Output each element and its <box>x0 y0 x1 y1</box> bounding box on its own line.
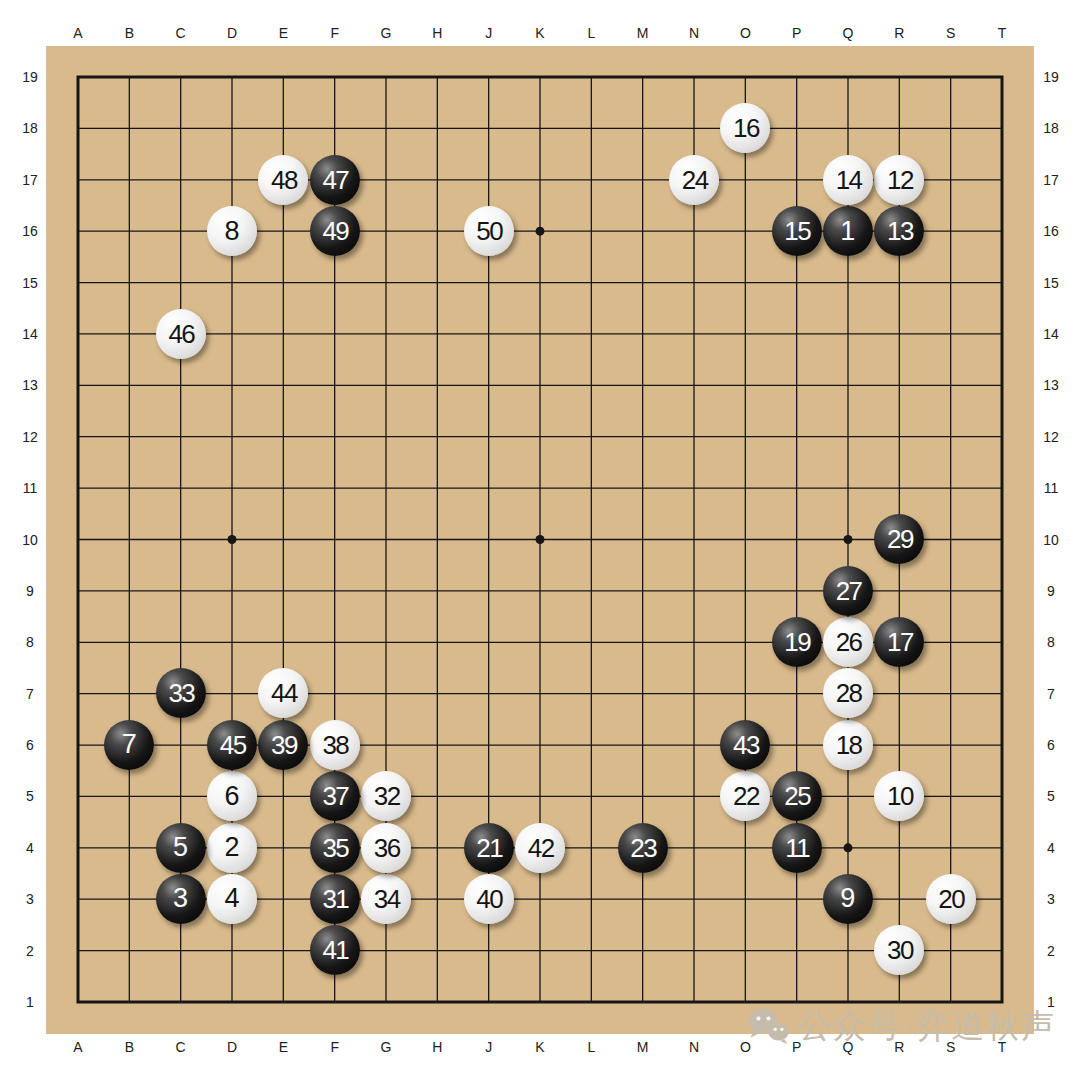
col-label-bottom-A: A <box>73 1040 82 1054</box>
stone-white-18-Q6: 18 <box>823 720 873 770</box>
move-number: 23 <box>630 835 656 861</box>
move-number: 16 <box>733 115 759 141</box>
row-label-right-11: 11 <box>1044 481 1059 495</box>
stone-black-39-E6: 39 <box>258 720 308 770</box>
row-label-left-4: 4 <box>26 841 34 855</box>
move-number: 13 <box>887 218 913 244</box>
move-number: 28 <box>836 680 862 706</box>
stone-white-20-S3: 20 <box>926 874 976 924</box>
move-number: 29 <box>887 526 913 552</box>
stone-black-3-C3: 3 <box>156 874 206 924</box>
col-label-top-J: J <box>485 26 492 40</box>
move-number: 11 <box>785 835 809 861</box>
row-label-right-17: 17 <box>1043 173 1059 187</box>
stone-white-40-J3: 40 <box>464 874 514 924</box>
move-number: 4 <box>224 885 239 912</box>
move-number: 37 <box>322 783 348 809</box>
stone-black-19-P8: 19 <box>772 617 822 667</box>
col-label-top-R: R <box>894 26 904 40</box>
stone-black-41-F2: 41 <box>310 925 360 975</box>
stone-white-26-Q8: 26 <box>823 617 873 667</box>
move-number: 2 <box>224 834 239 861</box>
row-label-right-19: 19 <box>1043 70 1059 84</box>
stone-white-34-G3: 34 <box>361 874 411 924</box>
stone-black-21-J4: 21 <box>464 823 514 873</box>
col-label-top-K: K <box>535 26 544 40</box>
row-label-left-13: 13 <box>22 378 38 392</box>
row-label-right-2: 2 <box>1047 944 1055 958</box>
row-label-left-9: 9 <box>26 584 34 598</box>
move-number: 17 <box>887 629 913 655</box>
col-label-top-A: A <box>73 26 82 40</box>
watermark: 公众号·弈道秋声 <box>746 1000 1056 1052</box>
row-label-left-12: 12 <box>22 430 38 444</box>
stone-black-43-O6: 43 <box>720 720 770 770</box>
col-label-bottom-K: K <box>535 1040 544 1054</box>
stone-black-13-R16: 13 <box>874 206 924 256</box>
row-label-left-6: 6 <box>26 738 34 752</box>
row-label-left-5: 5 <box>26 789 34 803</box>
stone-white-2-D4: 2 <box>207 823 257 873</box>
stone-black-27-Q9: 27 <box>823 566 873 616</box>
row-label-left-7: 7 <box>26 687 34 701</box>
stone-black-29-R10: 29 <box>874 514 924 564</box>
stone-black-47-F17: 47 <box>310 155 360 205</box>
move-number: 18 <box>836 732 862 758</box>
stone-black-1-Q16: 1 <box>823 206 873 256</box>
stone-white-10-R5: 10 <box>874 771 924 821</box>
col-label-top-H: H <box>432 26 442 40</box>
row-label-right-3: 3 <box>1047 892 1055 906</box>
col-label-bottom-J: J <box>485 1040 492 1054</box>
move-number: 46 <box>168 321 194 347</box>
col-label-bottom-E: E <box>279 1040 288 1054</box>
stone-white-16-O18: 16 <box>720 103 770 153</box>
row-label-right-12: 12 <box>1043 430 1059 444</box>
move-number: 36 <box>374 835 400 861</box>
stone-white-28-Q7: 28 <box>823 668 873 718</box>
move-number: 14 <box>836 167 862 193</box>
move-number: 27 <box>836 578 862 604</box>
row-label-left-19: 19 <box>22 70 38 84</box>
stone-white-32-G5: 32 <box>361 771 411 821</box>
col-label-bottom-N: N <box>689 1040 699 1054</box>
row-label-right-16: 16 <box>1043 224 1059 238</box>
move-number: 34 <box>374 886 400 912</box>
stone-white-38-F6: 38 <box>310 720 360 770</box>
move-number: 12 <box>887 167 913 193</box>
move-number: 33 <box>168 680 194 706</box>
row-label-left-18: 18 <box>22 121 38 135</box>
col-label-bottom-G: G <box>381 1040 392 1054</box>
col-label-top-L: L <box>587 26 595 40</box>
move-number: 47 <box>322 167 348 193</box>
move-number: 8 <box>224 218 239 245</box>
row-label-left-11: 11 <box>23 481 38 495</box>
move-number: 45 <box>220 732 246 758</box>
stone-white-48-E17: 48 <box>258 155 308 205</box>
move-number: 42 <box>528 835 554 861</box>
move-number: 48 <box>271 167 297 193</box>
row-label-left-8: 8 <box>26 635 34 649</box>
move-number: 22 <box>733 783 759 809</box>
row-label-right-13: 13 <box>1043 378 1059 392</box>
stone-black-7-B6: 7 <box>104 720 154 770</box>
move-number: 10 <box>887 783 913 809</box>
move-number: 15 <box>784 218 810 244</box>
row-label-right-15: 15 <box>1043 276 1059 290</box>
stone-white-50-J16: 50 <box>464 206 514 256</box>
stone-white-46-C14: 46 <box>156 309 206 359</box>
stone-black-15-P16: 15 <box>772 206 822 256</box>
col-label-top-S: S <box>946 26 955 40</box>
move-number: 44 <box>271 680 297 706</box>
row-label-left-16: 16 <box>22 224 38 238</box>
move-number: 5 <box>173 834 188 861</box>
col-label-top-F: F <box>330 26 339 40</box>
row-label-left-15: 15 <box>22 276 38 290</box>
row-label-right-4: 4 <box>1047 841 1055 855</box>
row-label-left-1: 1 <box>26 995 34 1009</box>
row-label-left-14: 14 <box>22 327 38 341</box>
row-label-right-5: 5 <box>1047 789 1055 803</box>
row-label-right-18: 18 <box>1043 121 1059 135</box>
move-number: 6 <box>224 783 239 810</box>
col-label-top-C: C <box>176 26 186 40</box>
move-number: 19 <box>784 629 810 655</box>
row-label-right-6: 6 <box>1047 738 1055 752</box>
stone-white-14-Q17: 14 <box>823 155 873 205</box>
move-number: 35 <box>322 835 348 861</box>
move-number: 7 <box>122 731 137 758</box>
move-number: 40 <box>476 886 502 912</box>
stone-white-22-O5: 22 <box>720 771 770 821</box>
goban: 1234567891011121314151617181920212223242… <box>46 46 1034 1034</box>
col-label-top-B: B <box>125 26 134 40</box>
move-number: 21 <box>476 835 502 861</box>
stone-black-25-P5: 25 <box>772 771 822 821</box>
stones-grid: 1234567891011121314151617181920212223242… <box>52 51 1027 1027</box>
col-label-bottom-F: F <box>330 1040 339 1054</box>
move-number: 43 <box>733 732 759 758</box>
move-number: 32 <box>374 783 400 809</box>
go-diagram: 1234567891011121314151617181920212223242… <box>0 0 1080 1080</box>
col-label-top-P: P <box>792 26 801 40</box>
stone-white-12-R17: 12 <box>874 155 924 205</box>
move-number: 30 <box>887 937 913 963</box>
col-label-top-M: M <box>637 26 649 40</box>
col-label-top-T: T <box>998 26 1007 40</box>
row-label-right-10: 10 <box>1043 533 1059 547</box>
stone-black-37-F5: 37 <box>310 771 360 821</box>
col-label-bottom-L: L <box>587 1040 595 1054</box>
row-label-right-14: 14 <box>1043 327 1059 341</box>
move-number: 25 <box>784 783 810 809</box>
move-number: 49 <box>322 218 348 244</box>
col-label-top-E: E <box>279 26 288 40</box>
row-label-right-7: 7 <box>1047 687 1055 701</box>
col-label-top-G: G <box>381 26 392 40</box>
stone-white-36-G4: 36 <box>361 823 411 873</box>
wechat-icon <box>746 1003 791 1049</box>
stone-black-33-C7: 33 <box>156 668 206 718</box>
stone-white-44-E7: 44 <box>258 668 308 718</box>
watermark-text: 公众号·弈道秋声 <box>798 1004 1056 1049</box>
stone-white-4-D3: 4 <box>207 874 257 924</box>
move-number: 31 <box>322 886 348 912</box>
stone-white-8-D16: 8 <box>207 206 257 256</box>
stone-black-17-R8: 17 <box>874 617 924 667</box>
col-label-top-Q: Q <box>843 26 854 40</box>
move-number: 20 <box>938 886 964 912</box>
stone-white-30-R2: 30 <box>874 925 924 975</box>
row-label-right-8: 8 <box>1047 635 1055 649</box>
move-number: 3 <box>173 885 188 912</box>
move-number: 39 <box>271 732 297 758</box>
col-label-top-D: D <box>227 26 237 40</box>
move-number: 50 <box>476 218 502 244</box>
row-label-left-17: 17 <box>22 173 38 187</box>
stone-white-6-D5: 6 <box>207 771 257 821</box>
move-number: 9 <box>840 885 855 912</box>
col-label-bottom-C: C <box>176 1040 186 1054</box>
col-label-bottom-M: M <box>637 1040 649 1054</box>
col-label-bottom-B: B <box>125 1040 134 1054</box>
stone-white-24-N17: 24 <box>669 155 719 205</box>
stone-black-5-C4: 5 <box>156 823 206 873</box>
stone-black-45-D6: 45 <box>207 720 257 770</box>
stone-black-49-F16: 49 <box>310 206 360 256</box>
col-label-top-N: N <box>689 26 699 40</box>
stone-black-35-F4: 35 <box>310 823 360 873</box>
row-label-left-3: 3 <box>26 892 34 906</box>
row-label-right-9: 9 <box>1047 584 1055 598</box>
stone-black-9-Q3: 9 <box>823 874 873 924</box>
move-number: 1 <box>840 218 855 245</box>
stone-white-42-K4: 42 <box>515 823 565 873</box>
stone-black-23-M4: 23 <box>618 823 668 873</box>
col-label-bottom-H: H <box>432 1040 442 1054</box>
move-number: 38 <box>322 732 348 758</box>
stone-black-11-P4: 11 <box>772 823 822 873</box>
row-label-left-2: 2 <box>26 944 34 958</box>
row-label-left-10: 10 <box>22 533 38 547</box>
stone-black-31-F3: 31 <box>310 874 360 924</box>
col-label-top-O: O <box>740 26 751 40</box>
move-number: 24 <box>682 167 708 193</box>
col-label-bottom-D: D <box>227 1040 237 1054</box>
move-number: 41 <box>322 937 348 963</box>
move-number: 26 <box>836 629 862 655</box>
